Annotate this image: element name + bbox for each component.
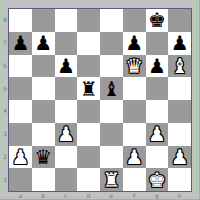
square-c3[interactable]: ♟ — [55, 123, 78, 146]
square-a2[interactable]: ♟ — [9, 146, 32, 169]
rank-label-5: 5 — [2, 86, 8, 92]
square-a1[interactable] — [9, 168, 32, 191]
square-g3[interactable]: ♟ — [146, 123, 169, 146]
square-b4[interactable] — [32, 100, 55, 123]
square-f7[interactable]: ♟ — [123, 32, 146, 55]
square-e6[interactable] — [100, 55, 123, 78]
piece-bB-e5[interactable]: ♝ — [102, 79, 120, 99]
piece-bR-d5[interactable]: ♜ — [80, 79, 98, 99]
frame-accent-top — [0, 1, 200, 2]
square-f8[interactable] — [123, 9, 146, 32]
file-label-g: g — [153, 193, 161, 199]
square-g7[interactable] — [146, 32, 169, 55]
piece-wQ-f6[interactable]: ♛ — [125, 56, 143, 76]
square-b6[interactable] — [32, 55, 55, 78]
rank-label-6: 6 — [2, 63, 8, 69]
square-c8[interactable] — [55, 9, 78, 32]
square-a8[interactable] — [9, 9, 32, 32]
square-b8[interactable] — [32, 9, 55, 32]
square-g6[interactable]: ♟ — [146, 55, 169, 78]
file-label-c: c — [62, 193, 70, 199]
square-e8[interactable] — [100, 9, 123, 32]
square-h3[interactable] — [168, 123, 191, 146]
square-d5[interactable]: ♜ — [77, 77, 100, 100]
rank-label-7: 7 — [2, 40, 8, 46]
square-g4[interactable] — [146, 100, 169, 123]
square-e2[interactable] — [100, 146, 123, 169]
rank-label-3: 3 — [2, 131, 8, 137]
square-e4[interactable] — [100, 100, 123, 123]
square-h7[interactable]: ♟ — [168, 32, 191, 55]
file-label-f: f — [130, 193, 138, 199]
chess-diagram: ♚♟♟♟♟♟♛♟♝♜♝♟♟♟♛♟♟♜♚ 87654321abcdefgh — [0, 0, 200, 200]
frame-accent-right — [196, 0, 197, 200]
square-f6[interactable]: ♛ — [123, 55, 146, 78]
square-h6[interactable]: ♝ — [168, 55, 191, 78]
square-f1[interactable] — [123, 168, 146, 191]
piece-wP-g3[interactable]: ♟ — [148, 124, 166, 144]
file-label-h: h — [176, 193, 184, 199]
piece-wP-a2[interactable]: ♟ — [11, 147, 29, 167]
piece-bP-a7[interactable]: ♟ — [11, 33, 29, 53]
square-b5[interactable] — [32, 77, 55, 100]
file-label-b: b — [39, 193, 47, 199]
square-h2[interactable]: ♟ — [168, 146, 191, 169]
file-label-a: a — [16, 193, 24, 199]
piece-wR-e1[interactable]: ♜ — [102, 170, 120, 190]
square-c4[interactable] — [55, 100, 78, 123]
square-h8[interactable] — [168, 9, 191, 32]
square-a3[interactable] — [9, 123, 32, 146]
square-b2[interactable]: ♛ — [32, 146, 55, 169]
square-d1[interactable] — [77, 168, 100, 191]
square-d3[interactable] — [77, 123, 100, 146]
square-a6[interactable] — [9, 55, 32, 78]
square-d7[interactable] — [77, 32, 100, 55]
square-e3[interactable] — [100, 123, 123, 146]
square-a5[interactable] — [9, 77, 32, 100]
square-e5[interactable]: ♝ — [100, 77, 123, 100]
piece-bP-b7[interactable]: ♟ — [34, 33, 52, 53]
square-g2[interactable] — [146, 146, 169, 169]
square-g1[interactable]: ♚ — [146, 168, 169, 191]
square-h5[interactable] — [168, 77, 191, 100]
file-label-e: e — [107, 193, 115, 199]
piece-bK-g8[interactable]: ♚ — [148, 10, 166, 30]
frame-accent-left — [2, 0, 3, 200]
square-f3[interactable] — [123, 123, 146, 146]
square-d6[interactable] — [77, 55, 100, 78]
square-a7[interactable]: ♟ — [9, 32, 32, 55]
square-f4[interactable] — [123, 100, 146, 123]
square-f5[interactable] — [123, 77, 146, 100]
piece-wP-h2[interactable]: ♟ — [171, 147, 189, 167]
file-label-d: d — [85, 193, 93, 199]
square-e1[interactable]: ♜ — [100, 168, 123, 191]
square-c5[interactable] — [55, 77, 78, 100]
square-c6[interactable]: ♟ — [55, 55, 78, 78]
square-b3[interactable] — [32, 123, 55, 146]
square-g8[interactable]: ♚ — [146, 9, 169, 32]
piece-bP-f7[interactable]: ♟ — [125, 33, 143, 53]
rank-label-4: 4 — [2, 108, 8, 114]
board: ♚♟♟♟♟♟♛♟♝♜♝♟♟♟♛♟♟♜♚ — [8, 8, 192, 192]
square-b1[interactable] — [32, 168, 55, 191]
piece-bP-h7[interactable]: ♟ — [171, 33, 189, 53]
square-c7[interactable] — [55, 32, 78, 55]
square-d4[interactable] — [77, 100, 100, 123]
square-c2[interactable] — [55, 146, 78, 169]
square-f2[interactable]: ♟ — [123, 146, 146, 169]
square-h4[interactable] — [168, 100, 191, 123]
piece-bP-c6[interactable]: ♟ — [57, 56, 75, 76]
square-c1[interactable] — [55, 168, 78, 191]
square-e7[interactable] — [100, 32, 123, 55]
piece-wB-h6[interactable]: ♝ — [171, 56, 189, 76]
square-g5[interactable] — [146, 77, 169, 100]
square-d8[interactable] — [77, 9, 100, 32]
square-a4[interactable] — [9, 100, 32, 123]
rank-label-2: 2 — [2, 154, 8, 160]
piece-wP-c3[interactable]: ♟ — [57, 124, 75, 144]
rank-label-1: 1 — [2, 177, 8, 183]
piece-wK-g1[interactable]: ♚ — [148, 170, 166, 190]
piece-bP-g6[interactable]: ♟ — [148, 56, 166, 76]
frame-accent-bottom — [0, 197, 200, 198]
square-b7[interactable]: ♟ — [32, 32, 55, 55]
square-d2[interactable] — [77, 146, 100, 169]
piece-bQ-b2[interactable]: ♛ — [34, 147, 52, 167]
piece-wP-f2[interactable]: ♟ — [125, 147, 143, 167]
square-h1[interactable] — [168, 168, 191, 191]
rank-label-8: 8 — [2, 17, 8, 23]
